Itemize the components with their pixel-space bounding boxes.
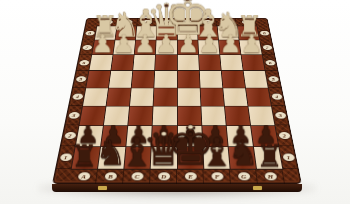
board-frame: [52, 18, 302, 184]
brass-hinge-left: [98, 186, 107, 190]
frame-ticks-top: [97, 18, 256, 26]
board-front-edge: [52, 184, 302, 192]
chess-set-photo: ♜♞♝♛♚♝♞♜♟♟♟♟♟♟♟♟♟♟♟♟♟♟♟♟♜♞♝♛♚♝♞♜ AABBCCD…: [0, 0, 350, 204]
frame-ticks-left: [55, 26, 97, 169]
frame-ticks-bottom: [69, 169, 285, 184]
brass-hinge-right: [253, 186, 262, 190]
chess-board: ♜♞♝♛♚♝♞♜♟♟♟♟♟♟♟♟♟♟♟♟♟♟♟♟♜♞♝♛♚♝♞♜ AABBCCD…: [52, 18, 302, 184]
frame-ticks-right: [257, 26, 299, 169]
